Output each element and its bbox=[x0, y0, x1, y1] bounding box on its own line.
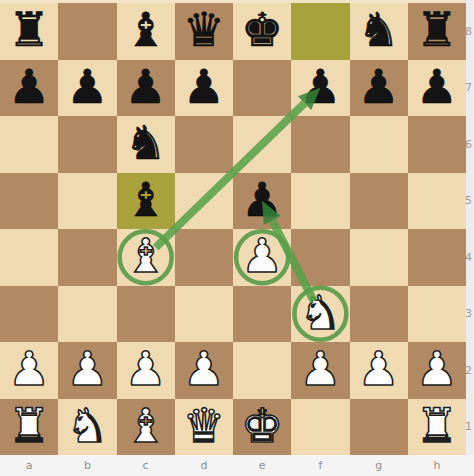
square-c8[interactable]: ♝ bbox=[117, 3, 175, 60]
square-e6[interactable] bbox=[233, 116, 291, 173]
square-b7[interactable]: ♟ bbox=[58, 60, 116, 117]
square-f1[interactable] bbox=[291, 399, 349, 456]
file-label-e: e bbox=[233, 455, 291, 476]
white-pawn[interactable]: ♟ bbox=[416, 345, 458, 392]
square-f6[interactable] bbox=[291, 116, 349, 173]
black-pawn[interactable]: ♟ bbox=[241, 176, 283, 223]
black-pawn[interactable]: ♟ bbox=[183, 63, 225, 110]
square-f5[interactable] bbox=[291, 173, 349, 230]
square-e1[interactable]: ♚ bbox=[233, 399, 291, 456]
white-knight[interactable]: ♞ bbox=[299, 289, 341, 336]
white-king[interactable]: ♚ bbox=[241, 402, 283, 449]
black-pawn[interactable]: ♟ bbox=[358, 63, 400, 110]
square-a5[interactable] bbox=[0, 173, 58, 230]
square-c4[interactable]: ♝ bbox=[117, 229, 175, 286]
square-a6[interactable] bbox=[0, 116, 58, 173]
square-h7[interactable]: ♟ bbox=[408, 60, 466, 117]
black-pawn[interactable]: ♟ bbox=[8, 63, 50, 110]
white-pawn[interactable]: ♟ bbox=[358, 345, 400, 392]
square-b4[interactable] bbox=[58, 229, 116, 286]
rank-label-2: 2 bbox=[463, 342, 474, 399]
rank-label-6: 6 bbox=[463, 116, 474, 173]
chessboard-screenshot: ♜♝♛♚♞♜♟♟♟♟♟♟♟♞♝♟♝♟♞♟♟♟♟♟♟♟♜♞♝♛♚♜ 8765432… bbox=[0, 0, 474, 476]
square-f2[interactable]: ♟ bbox=[291, 342, 349, 399]
square-d1[interactable]: ♛ bbox=[175, 399, 233, 456]
square-c7[interactable]: ♟ bbox=[117, 60, 175, 117]
file-label-f: f bbox=[291, 455, 349, 476]
square-c1[interactable]: ♝ bbox=[117, 399, 175, 456]
square-a7[interactable]: ♟ bbox=[0, 60, 58, 117]
chess-board: ♜♝♛♚♞♜♟♟♟♟♟♟♟♞♝♟♝♟♞♟♟♟♟♟♟♟♜♞♝♛♚♜ bbox=[0, 3, 466, 455]
square-b1[interactable]: ♞ bbox=[58, 399, 116, 456]
square-a8[interactable]: ♜ bbox=[0, 3, 58, 60]
white-pawn[interactable]: ♟ bbox=[299, 345, 341, 392]
square-e8[interactable]: ♚ bbox=[233, 3, 291, 60]
white-pawn[interactable]: ♟ bbox=[8, 345, 50, 392]
white-pawn[interactable]: ♟ bbox=[66, 345, 108, 392]
white-queen[interactable]: ♛ bbox=[183, 402, 225, 449]
square-a1[interactable]: ♜ bbox=[0, 399, 58, 456]
square-d5[interactable] bbox=[175, 173, 233, 230]
white-pawn[interactable]: ♟ bbox=[241, 232, 283, 279]
square-e4[interactable]: ♟ bbox=[233, 229, 291, 286]
file-label-c: c bbox=[117, 455, 175, 476]
black-pawn[interactable]: ♟ bbox=[66, 63, 108, 110]
file-label-d: d bbox=[175, 455, 233, 476]
black-king[interactable]: ♚ bbox=[241, 6, 283, 53]
white-bishop[interactable]: ♝ bbox=[125, 402, 167, 449]
file-label-g: g bbox=[350, 455, 408, 476]
rank-label-7: 7 bbox=[463, 60, 474, 117]
square-e2[interactable] bbox=[233, 342, 291, 399]
black-bishop[interactable]: ♝ bbox=[125, 176, 167, 223]
square-g1[interactable] bbox=[350, 399, 408, 456]
square-g4[interactable] bbox=[350, 229, 408, 286]
square-g3[interactable] bbox=[350, 286, 408, 343]
square-d2[interactable]: ♟ bbox=[175, 342, 233, 399]
white-rook[interactable]: ♜ bbox=[8, 402, 50, 449]
square-h3[interactable] bbox=[408, 286, 466, 343]
square-d3[interactable] bbox=[175, 286, 233, 343]
white-rook[interactable]: ♜ bbox=[416, 402, 458, 449]
square-a4[interactable] bbox=[0, 229, 58, 286]
rank-label-3: 3 bbox=[463, 286, 474, 343]
square-h5[interactable] bbox=[408, 173, 466, 230]
square-e7[interactable] bbox=[233, 60, 291, 117]
square-g5[interactable] bbox=[350, 173, 408, 230]
square-b3[interactable] bbox=[58, 286, 116, 343]
square-b8[interactable] bbox=[58, 3, 116, 60]
square-f3[interactable]: ♞ bbox=[291, 286, 349, 343]
square-h6[interactable] bbox=[408, 116, 466, 173]
square-h2[interactable]: ♟ bbox=[408, 342, 466, 399]
square-d7[interactable]: ♟ bbox=[175, 60, 233, 117]
square-f4[interactable] bbox=[291, 229, 349, 286]
square-e3[interactable] bbox=[233, 286, 291, 343]
square-h4[interactable] bbox=[408, 229, 466, 286]
square-b2[interactable]: ♟ bbox=[58, 342, 116, 399]
square-c6[interactable]: ♞ bbox=[117, 116, 175, 173]
white-pawn[interactable]: ♟ bbox=[125, 345, 167, 392]
square-d8[interactable]: ♛ bbox=[175, 3, 233, 60]
square-g8[interactable]: ♞ bbox=[350, 3, 408, 60]
black-rook[interactable]: ♜ bbox=[416, 6, 458, 53]
square-a2[interactable]: ♟ bbox=[0, 342, 58, 399]
square-d6[interactable] bbox=[175, 116, 233, 173]
black-queen[interactable]: ♛ bbox=[183, 6, 225, 53]
square-f7[interactable]: ♟ bbox=[291, 60, 349, 117]
square-d4[interactable] bbox=[175, 229, 233, 286]
square-e5[interactable]: ♟ bbox=[233, 173, 291, 230]
square-g6[interactable] bbox=[350, 116, 408, 173]
square-g7[interactable]: ♟ bbox=[350, 60, 408, 117]
black-pawn[interactable]: ♟ bbox=[416, 63, 458, 110]
square-c2[interactable]: ♟ bbox=[117, 342, 175, 399]
white-pawn[interactable]: ♟ bbox=[183, 345, 225, 392]
square-h8[interactable]: ♜ bbox=[408, 3, 466, 60]
file-label-h: h bbox=[408, 455, 466, 476]
file-label-a: a bbox=[0, 455, 58, 476]
white-bishop[interactable]: ♝ bbox=[125, 232, 167, 279]
square-c5[interactable]: ♝ bbox=[117, 173, 175, 230]
rank-label-5: 5 bbox=[463, 173, 474, 230]
file-label-b: b bbox=[58, 455, 116, 476]
square-c3[interactable] bbox=[117, 286, 175, 343]
rank-label-8: 8 bbox=[463, 3, 474, 60]
black-knight[interactable]: ♞ bbox=[358, 6, 400, 53]
rank-label-1: 1 bbox=[463, 399, 474, 456]
rank-label-4: 4 bbox=[463, 229, 474, 286]
square-h1[interactable]: ♜ bbox=[408, 399, 466, 456]
black-knight[interactable]: ♞ bbox=[125, 119, 167, 166]
black-pawn[interactable]: ♟ bbox=[125, 63, 167, 110]
square-g2[interactable]: ♟ bbox=[350, 342, 408, 399]
white-knight[interactable]: ♞ bbox=[66, 402, 108, 449]
square-b6[interactable] bbox=[58, 116, 116, 173]
square-f8[interactable] bbox=[291, 3, 349, 60]
black-rook[interactable]: ♜ bbox=[8, 6, 50, 53]
black-bishop[interactable]: ♝ bbox=[125, 6, 167, 53]
square-b5[interactable] bbox=[58, 173, 116, 230]
square-a3[interactable] bbox=[0, 286, 58, 343]
black-pawn[interactable]: ♟ bbox=[299, 63, 341, 110]
